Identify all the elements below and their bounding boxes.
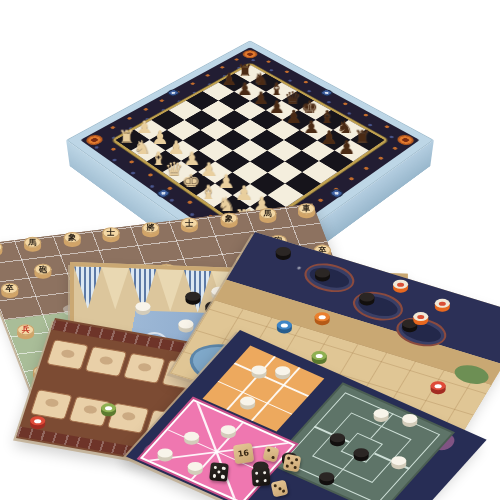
chess-piece-r: ♜ <box>351 118 375 148</box>
xiangqi-piece-character: 馬 <box>24 237 41 247</box>
blue-medallion-icon <box>165 88 181 97</box>
white-token <box>184 432 199 446</box>
chess-piece-P: ♟ <box>231 172 256 204</box>
die-pip <box>273 484 277 488</box>
die-pip <box>222 466 226 470</box>
xiangqi-piece-character: 將 <box>142 222 159 232</box>
square <box>200 120 233 140</box>
black-die <box>251 467 270 486</box>
paw-print-icon <box>281 323 288 328</box>
xiangqi-piece-character: 士 <box>103 227 120 237</box>
die-pip <box>290 461 294 465</box>
black-token <box>330 434 345 448</box>
xiangqi-piece-character: 兵 <box>17 325 34 335</box>
square: ♞ <box>333 120 366 140</box>
square: ♝ <box>196 184 232 208</box>
die-pip <box>264 479 267 482</box>
square: ♜ <box>351 130 385 151</box>
chess-piece-B: ♝ <box>146 138 170 169</box>
xiangqi-piece: 車 <box>0 241 2 257</box>
chess-piece-P: ♟ <box>197 149 222 180</box>
paw-print-icon <box>105 405 112 410</box>
white-token <box>251 365 266 379</box>
chess-piece-p: ♟ <box>299 108 323 137</box>
chess-piece-n: ♞ <box>250 61 272 89</box>
die-pip <box>286 464 290 468</box>
square: ♟ <box>134 120 167 140</box>
blue-token <box>277 321 292 335</box>
paw-print-icon <box>319 315 326 320</box>
square <box>233 140 267 161</box>
square <box>284 150 318 172</box>
black-token <box>275 247 290 261</box>
paw-print-icon <box>35 418 42 423</box>
chess-piece-P: ♟ <box>148 118 172 148</box>
die-pip <box>263 471 266 474</box>
chess-piece-p: ♟ <box>335 128 359 158</box>
chess-piece-q: ♛ <box>282 79 305 107</box>
square: ♟ <box>317 130 351 151</box>
square: ♟ <box>335 140 369 161</box>
xiangqi-piece: 車 <box>298 203 315 219</box>
chess-piece-r: ♜ <box>234 53 256 80</box>
path-tile <box>123 353 165 384</box>
doubling-cube-value: 16 <box>237 448 249 458</box>
square: ♛ <box>163 161 198 183</box>
square <box>203 82 235 100</box>
die-pip <box>287 457 291 461</box>
sushi-token <box>394 280 409 294</box>
chess-piece-Q: ♛ <box>162 149 187 180</box>
square <box>233 120 266 140</box>
xiangqi-piece-character: 象 <box>220 213 237 223</box>
square <box>250 130 284 151</box>
sushi-token <box>435 299 450 313</box>
chess-piece-p: ♟ <box>218 61 240 89</box>
path-tile <box>47 340 89 371</box>
flower-medallion-icon <box>240 49 260 60</box>
square: ♞ <box>250 73 281 91</box>
backgammon-point <box>101 267 128 310</box>
white-token <box>158 449 173 463</box>
square: ♟ <box>198 161 233 183</box>
blue-medallion-icon <box>319 88 335 97</box>
square: ♛ <box>282 91 314 110</box>
square <box>184 110 217 130</box>
black-token <box>315 269 330 283</box>
chess-piece-b: ♝ <box>265 70 287 98</box>
xiangqi-piece-character: 車 <box>298 203 315 213</box>
blue-medallion-icon <box>154 187 172 199</box>
xiangqi-piece-character: 砲 <box>35 265 52 275</box>
square: ♜ <box>235 65 266 82</box>
chess-piece-P: ♟ <box>133 108 157 137</box>
flower-medallion-icon <box>394 133 417 147</box>
die-pip <box>213 465 217 469</box>
square: ♟ <box>283 110 316 130</box>
square: ♟ <box>232 184 268 208</box>
xiangqi-piece: 象 <box>220 212 237 228</box>
square <box>199 140 233 161</box>
square: ♟ <box>300 120 333 140</box>
sushi-token <box>413 312 428 326</box>
xiangqi-piece-character: 卒 <box>1 283 18 293</box>
die-pip <box>295 458 299 462</box>
black-token <box>353 448 368 462</box>
square <box>169 101 201 120</box>
square <box>233 161 268 183</box>
square: ♟ <box>250 91 282 110</box>
square: ♚ <box>179 172 214 195</box>
paw-print-icon <box>417 315 424 320</box>
square <box>319 150 353 172</box>
square <box>285 172 320 195</box>
paw-print-icon <box>398 282 405 287</box>
square: ♟ <box>181 150 215 172</box>
product-photo: ♜♞♝♛♚♝♞♜♟♟♟♟♟♟♟♟♟♟♟♟♟♟♟♟♜♞♝♛♚♝♞♜ 車馬象士將士象… <box>0 0 500 500</box>
square <box>152 110 185 130</box>
die-pip <box>271 456 275 460</box>
chess-board: ♜♞♝♛♚♝♞♜♟♟♟♟♟♟♟♟♟♟♟♟♟♟♟♟♜♞♝♛♚♝♞♜ <box>111 63 388 236</box>
chess-piece-n: ♞ <box>333 108 357 137</box>
flower-medallion-icon <box>83 133 106 147</box>
xiangqi-piece: 馬 <box>259 207 276 223</box>
chess-piece-N: ♞ <box>213 183 239 215</box>
chess-piece-N: ♞ <box>130 128 154 158</box>
square <box>250 150 284 172</box>
chess-piece-K: ♚ <box>178 160 203 191</box>
black-die <box>209 462 229 482</box>
paw-print-icon <box>439 301 446 306</box>
square: ♚ <box>299 101 331 120</box>
chess-piece-P: ♟ <box>164 128 188 158</box>
square <box>186 91 218 110</box>
backgammon-point <box>156 269 183 312</box>
square: ♟ <box>266 101 298 120</box>
chess-piece-p: ♟ <box>234 70 256 98</box>
square: ♜ <box>116 130 150 151</box>
square <box>267 161 302 183</box>
die-pip <box>293 466 297 470</box>
square <box>234 101 266 120</box>
paw-print-icon <box>435 384 442 389</box>
square <box>183 130 217 151</box>
square <box>216 150 250 172</box>
square: ♟ <box>149 130 183 151</box>
doubling-cube: 16 <box>233 443 254 464</box>
die-pip <box>256 480 259 483</box>
blue-medallion-icon <box>328 187 346 199</box>
square: ♟ <box>215 172 250 195</box>
square <box>301 140 335 161</box>
red-token <box>31 416 46 430</box>
chess-piece-P: ♟ <box>214 160 239 191</box>
path-tile <box>31 389 73 420</box>
square: ♝ <box>266 82 298 100</box>
xiangqi-piece-character: 士 <box>181 218 198 228</box>
chess-piece-B: ♝ <box>195 172 220 204</box>
square <box>218 91 250 110</box>
white-token <box>187 462 202 476</box>
square: ♟ <box>219 73 250 91</box>
square <box>302 161 337 183</box>
black-token <box>360 293 375 307</box>
die-pip <box>212 474 216 478</box>
square: ♝ <box>147 150 181 172</box>
chess-piece-b: ♝ <box>315 98 338 127</box>
square <box>267 120 300 140</box>
xiangqi-piece: 將 <box>142 222 159 238</box>
square: ♞ <box>131 140 165 161</box>
paw-print-icon <box>315 354 322 359</box>
white-token <box>402 414 417 428</box>
square <box>201 101 233 120</box>
wood-die <box>283 454 302 473</box>
black-token <box>319 473 334 487</box>
wood-die <box>271 480 289 498</box>
xiangqi-piece: 士 <box>103 227 120 243</box>
square <box>167 120 200 140</box>
chess-piece-p: ♟ <box>317 118 341 148</box>
xiangqi-piece-character: 馬 <box>259 208 276 218</box>
white-token <box>220 425 235 439</box>
chess-piece-R: ♜ <box>115 118 139 148</box>
xiangqi-piece: 卒 <box>1 283 18 299</box>
chess-piece-p: ♟ <box>249 79 272 107</box>
white-token <box>241 397 256 411</box>
die-pip <box>221 475 225 479</box>
chess-piece-k: ♚ <box>298 88 321 117</box>
red-token <box>431 381 446 395</box>
square: ♟ <box>234 82 266 100</box>
white-token <box>136 302 151 316</box>
orange-token <box>315 312 330 326</box>
square <box>284 130 318 151</box>
path-tile <box>85 346 127 377</box>
chess-piece-p: ♟ <box>266 88 289 117</box>
green-token <box>101 403 116 417</box>
square: ♟ <box>165 140 199 161</box>
chess-piece-p: ♟ <box>282 98 305 127</box>
die-pip <box>267 448 271 452</box>
backgammon-point <box>74 266 101 309</box>
square <box>250 110 283 130</box>
xiangqi-piece: 兵 <box>17 324 34 340</box>
xiangqi-piece: 象 <box>63 232 80 248</box>
xiangqi-piece: 馬 <box>24 236 41 252</box>
white-token <box>391 457 406 471</box>
square: ♝ <box>316 110 349 130</box>
die-pip <box>282 489 286 493</box>
white-token <box>179 319 194 333</box>
square <box>267 140 301 161</box>
chess-piece-P: ♟ <box>180 138 204 169</box>
xiangqi-piece: 士 <box>181 217 198 233</box>
white-token <box>276 366 291 380</box>
white-token <box>373 409 388 423</box>
square <box>250 172 285 195</box>
xiangqi-piece-character: 象 <box>63 232 80 242</box>
square <box>217 110 250 130</box>
black-token <box>185 292 200 306</box>
square <box>216 130 250 151</box>
die-pip <box>217 470 221 474</box>
die-pip <box>278 487 282 491</box>
xiangqi-piece: 砲 <box>35 264 52 280</box>
die-pip <box>255 472 258 475</box>
xiangqi-piece-character: 車 <box>0 242 2 252</box>
